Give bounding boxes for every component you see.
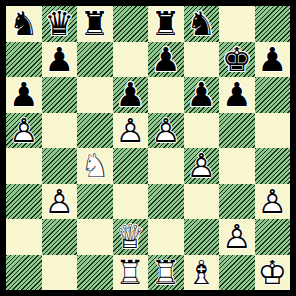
square-h5[interactable] — [255, 113, 291, 149]
square-f5[interactable] — [184, 113, 220, 149]
white-pawn-fill: ♟ — [148, 113, 184, 149]
chess-board-frame: ♞♛♜♜♞♟♟♚♟♟♟♟♟♟♙♟♙♟♙♞♘♟♙♟♙♟♙♛♕♟♙♜♖♜♖♝♗♚♔ — [0, 0, 296, 296]
square-e7[interactable]: ♟ — [148, 42, 184, 78]
black-knight-piece: ♞ — [184, 6, 220, 42]
white-king-fill: ♚ — [255, 255, 291, 291]
square-c7[interactable] — [77, 42, 113, 78]
square-d7[interactable] — [113, 42, 149, 78]
white-rook-fill: ♜ — [148, 255, 184, 291]
square-g8[interactable] — [219, 6, 255, 42]
square-g3[interactable] — [219, 184, 255, 220]
white-pawn-fill: ♟ — [255, 184, 291, 220]
white-knight-fill: ♞ — [77, 148, 113, 184]
square-c6[interactable] — [77, 77, 113, 113]
square-d4[interactable] — [113, 148, 149, 184]
square-c8[interactable]: ♜ — [77, 6, 113, 42]
square-g7[interactable]: ♚ — [219, 42, 255, 78]
white-bishop-piece: ♗ — [184, 255, 220, 291]
square-g2[interactable]: ♟♙ — [219, 219, 255, 255]
white-pawn-piece: ♙ — [184, 148, 220, 184]
square-d6[interactable]: ♟ — [113, 77, 149, 113]
square-e5[interactable]: ♟♙ — [148, 113, 184, 149]
black-pawn-piece: ♟ — [113, 77, 149, 113]
black-king-piece: ♚ — [219, 42, 255, 78]
square-g5[interactable] — [219, 113, 255, 149]
square-e2[interactable] — [148, 219, 184, 255]
square-d1[interactable]: ♜♖ — [113, 255, 149, 291]
black-queen-piece: ♛ — [42, 6, 78, 42]
square-a3[interactable] — [6, 184, 42, 220]
square-e3[interactable] — [148, 184, 184, 220]
white-pawn-fill: ♟ — [113, 113, 149, 149]
white-king-piece: ♔ — [255, 255, 291, 291]
square-f7[interactable] — [184, 42, 220, 78]
square-d8[interactable] — [113, 6, 149, 42]
square-c2[interactable] — [77, 219, 113, 255]
black-pawn-piece: ♟ — [184, 77, 220, 113]
black-pawn-piece: ♟ — [148, 42, 184, 78]
square-f2[interactable] — [184, 219, 220, 255]
white-pawn-piece: ♙ — [148, 113, 184, 149]
square-c5[interactable] — [77, 113, 113, 149]
white-bishop-fill: ♝ — [184, 255, 220, 291]
square-b3[interactable]: ♟♙ — [42, 184, 78, 220]
square-h4[interactable] — [255, 148, 291, 184]
white-pawn-piece: ♙ — [113, 113, 149, 149]
white-queen-fill: ♛ — [113, 219, 149, 255]
white-rook-fill: ♜ — [113, 255, 149, 291]
black-pawn-piece: ♟ — [219, 77, 255, 113]
square-g4[interactable] — [219, 148, 255, 184]
square-d2[interactable]: ♛♕ — [113, 219, 149, 255]
square-f8[interactable]: ♞ — [184, 6, 220, 42]
white-queen-piece: ♕ — [113, 219, 149, 255]
square-f4[interactable]: ♟♙ — [184, 148, 220, 184]
square-g6[interactable]: ♟ — [219, 77, 255, 113]
square-h3[interactable]: ♟♙ — [255, 184, 291, 220]
square-b8[interactable]: ♛ — [42, 6, 78, 42]
white-pawn-piece: ♙ — [219, 219, 255, 255]
white-pawn-piece: ♙ — [42, 184, 78, 220]
square-b7[interactable]: ♟ — [42, 42, 78, 78]
square-e1[interactable]: ♜♖ — [148, 255, 184, 291]
square-a5[interactable]: ♟♙ — [6, 113, 42, 149]
black-pawn-piece: ♟ — [42, 42, 78, 78]
square-d3[interactable] — [113, 184, 149, 220]
square-a7[interactable] — [6, 42, 42, 78]
white-knight-piece: ♘ — [77, 148, 113, 184]
square-e6[interactable] — [148, 77, 184, 113]
square-f3[interactable] — [184, 184, 220, 220]
black-pawn-piece: ♟ — [6, 77, 42, 113]
square-h6[interactable] — [255, 77, 291, 113]
square-c4[interactable]: ♞♘ — [77, 148, 113, 184]
white-rook-piece: ♖ — [148, 255, 184, 291]
square-b1[interactable] — [42, 255, 78, 291]
square-g1[interactable] — [219, 255, 255, 291]
black-knight-piece: ♞ — [6, 6, 42, 42]
white-pawn-fill: ♟ — [219, 219, 255, 255]
square-f1[interactable]: ♝♗ — [184, 255, 220, 291]
square-a1[interactable] — [6, 255, 42, 291]
white-pawn-fill: ♟ — [6, 113, 42, 149]
square-b5[interactable] — [42, 113, 78, 149]
square-c1[interactable] — [77, 255, 113, 291]
white-pawn-fill: ♟ — [184, 148, 220, 184]
square-h2[interactable] — [255, 219, 291, 255]
square-f6[interactable]: ♟ — [184, 77, 220, 113]
square-c3[interactable] — [77, 184, 113, 220]
white-pawn-piece: ♙ — [255, 184, 291, 220]
square-e4[interactable] — [148, 148, 184, 184]
square-a4[interactable] — [6, 148, 42, 184]
chess-board: ♞♛♜♜♞♟♟♚♟♟♟♟♟♟♙♟♙♟♙♞♘♟♙♟♙♟♙♛♕♟♙♜♖♜♖♝♗♚♔ — [6, 6, 290, 290]
square-h1[interactable]: ♚♔ — [255, 255, 291, 291]
black-rook-piece: ♜ — [148, 6, 184, 42]
square-a8[interactable]: ♞ — [6, 6, 42, 42]
black-rook-piece: ♜ — [77, 6, 113, 42]
square-h8[interactable] — [255, 6, 291, 42]
square-b2[interactable] — [42, 219, 78, 255]
square-b6[interactable] — [42, 77, 78, 113]
square-a2[interactable] — [6, 219, 42, 255]
square-b4[interactable] — [42, 148, 78, 184]
square-d5[interactable]: ♟♙ — [113, 113, 149, 149]
white-pawn-piece: ♙ — [6, 113, 42, 149]
black-pawn-piece: ♟ — [255, 42, 291, 78]
square-h7[interactable]: ♟ — [255, 42, 291, 78]
square-a6[interactable]: ♟ — [6, 77, 42, 113]
white-pawn-fill: ♟ — [42, 184, 78, 220]
square-e8[interactable]: ♜ — [148, 6, 184, 42]
white-rook-piece: ♖ — [113, 255, 149, 291]
